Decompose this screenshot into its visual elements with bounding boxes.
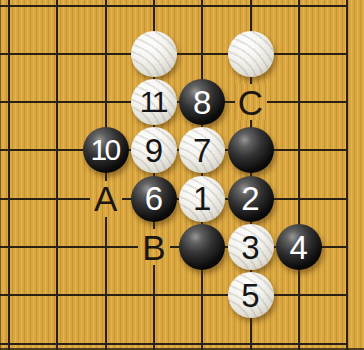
- stone-white: [131, 31, 177, 77]
- stone-white-5: 5: [228, 272, 274, 318]
- letter-mark-B[interactable]: B: [138, 229, 170, 265]
- stone-white: [228, 31, 274, 77]
- stone-white-9: 9: [131, 127, 177, 173]
- stone-black: [228, 127, 274, 173]
- stone-white-11: 11: [131, 79, 177, 125]
- move-number: 4: [290, 231, 308, 264]
- letter-mark-C[interactable]: C: [235, 84, 267, 120]
- stone-black-4: 4: [276, 224, 322, 270]
- move-number: 1: [193, 182, 211, 215]
- move-number: 7: [193, 134, 211, 167]
- grid-line-horizontal: [0, 5, 348, 7]
- move-number: 11: [140, 87, 166, 117]
- grid-line-horizontal: [0, 294, 348, 296]
- stone-black: [179, 224, 225, 270]
- stone-black-10: 10: [83, 127, 129, 173]
- stone-black-8: 8: [179, 79, 225, 125]
- move-number: 3: [241, 231, 259, 264]
- stone-black-6: 6: [131, 176, 177, 222]
- move-number: 10: [90, 135, 118, 165]
- stone-white-3: 3: [228, 224, 274, 270]
- stone-white-1: 1: [179, 176, 225, 222]
- go-board[interactable]: ABC1181097612345: [0, 0, 364, 350]
- grid-line-horizontal: [0, 343, 348, 345]
- stone-black-2: 2: [228, 176, 274, 222]
- move-number: 8: [193, 86, 211, 119]
- move-number: 2: [241, 182, 259, 215]
- letter-mark-A[interactable]: A: [90, 181, 122, 217]
- stone-white-7: 7: [179, 127, 225, 173]
- move-number: 9: [145, 134, 163, 167]
- move-number: 5: [241, 279, 259, 312]
- move-number: 6: [145, 182, 163, 215]
